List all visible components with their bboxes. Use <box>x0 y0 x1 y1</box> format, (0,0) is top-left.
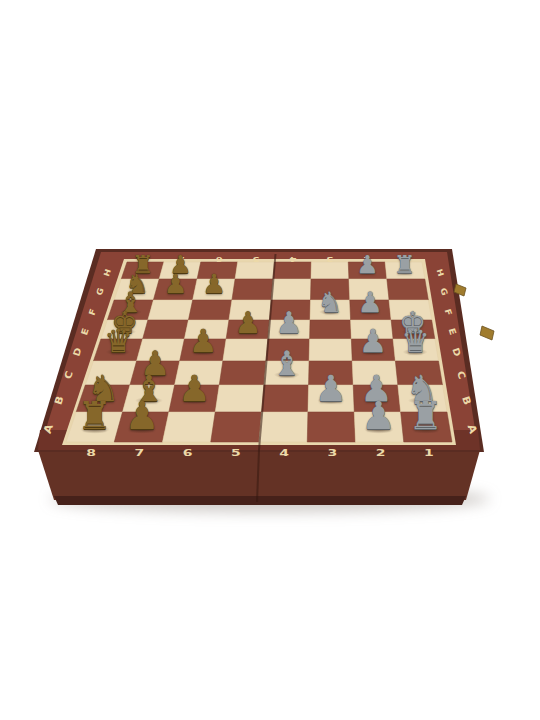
piece-black-pawn-d6[interactable]: ♟ <box>189 326 218 358</box>
piece-white-queen-d1[interactable]: ♛ <box>401 326 430 358</box>
piece-white-bishop-c4[interactable]: ♝ <box>272 347 302 381</box>
clasp-icon <box>480 326 494 340</box>
piece-black-pawn-g7[interactable]: ♟ <box>164 270 188 296</box>
square-h5[interactable] <box>235 262 274 279</box>
piece-white-pawn-h2[interactable]: ♟ <box>356 253 378 278</box>
near-rail-number-8: 8 <box>86 448 96 458</box>
piece-white-pawn-d2[interactable]: ♟ <box>359 326 388 358</box>
near-rail-number-3: 3 <box>328 448 338 458</box>
piece-black-rook-a8[interactable]: ♜ <box>77 397 112 436</box>
far-rail-number-3: 3 <box>326 256 333 263</box>
far-rail-number-4: 4 <box>289 256 296 263</box>
near-rail-number-7: 7 <box>135 448 145 458</box>
square-f6[interactable] <box>188 300 232 320</box>
square-d3[interactable] <box>309 339 352 361</box>
square-c5[interactable] <box>219 361 266 385</box>
near-rail-number-1: 1 <box>424 448 434 458</box>
square-e7[interactable] <box>143 320 189 339</box>
square-d5[interactable] <box>223 339 268 361</box>
board-side-bottom-edge <box>54 496 466 505</box>
square-a5[interactable] <box>211 412 262 442</box>
piece-black-pawn-e5[interactable]: ♟ <box>235 307 262 337</box>
square-h4[interactable] <box>273 262 311 279</box>
square-a6[interactable] <box>163 412 216 442</box>
piece-white-rook-a1[interactable]: ♜ <box>409 397 444 436</box>
piece-black-queen-d8[interactable]: ♛ <box>104 326 133 358</box>
board-surface: HGFEDCBAHGFEDCBA8765432187654321 <box>0 0 540 720</box>
piece-white-pawn-f2[interactable]: ♟ <box>357 289 382 317</box>
near-rail-number-6: 6 <box>183 448 193 458</box>
far-rail-number-6: 6 <box>215 256 222 263</box>
chess-board: HGFEDCBAHGFEDCBA8765432187654321 ♜♟♟♜♞♟♟… <box>0 0 540 720</box>
piece-white-pawn-b3[interactable]: ♟ <box>315 371 347 407</box>
square-b4[interactable] <box>262 385 309 412</box>
square-a4[interactable] <box>259 412 308 442</box>
square-g5[interactable] <box>232 279 273 300</box>
piece-white-knight-f3[interactable]: ♞ <box>318 289 343 317</box>
near-rail-number-2: 2 <box>376 448 386 458</box>
near-rail-number-5: 5 <box>231 448 241 458</box>
square-f7[interactable] <box>148 300 193 320</box>
square-a3[interactable] <box>307 412 355 442</box>
piece-black-pawn-a7[interactable]: ♟ <box>125 397 160 436</box>
product-photo-stage: HGFEDCBAHGFEDCBA8765432187654321 ♜♟♟♜♞♟♟… <box>0 0 540 720</box>
piece-white-pawn-a2[interactable]: ♟ <box>361 397 396 436</box>
square-g1[interactable] <box>387 279 428 300</box>
near-rail-number-4: 4 <box>279 448 289 458</box>
square-h3[interactable] <box>311 262 349 279</box>
square-g4[interactable] <box>271 279 311 300</box>
piece-white-pawn-e4[interactable]: ♟ <box>276 307 303 337</box>
piece-white-rook-h1[interactable]: ♜ <box>394 253 416 278</box>
piece-black-pawn-b6[interactable]: ♟ <box>178 371 210 407</box>
far-rail-number-5: 5 <box>252 256 259 263</box>
piece-black-pawn-g6[interactable]: ♟ <box>202 270 226 296</box>
square-e3[interactable] <box>310 320 352 339</box>
square-b5[interactable] <box>215 385 264 412</box>
